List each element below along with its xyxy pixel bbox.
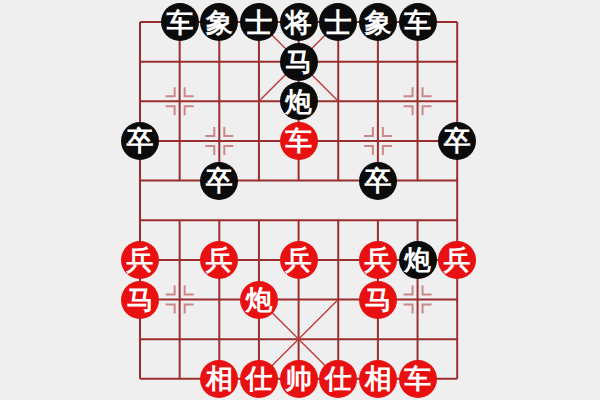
piece-black-soldier-c[interactable]: 卒 (200, 162, 238, 200)
piece-black-chariot-a[interactable]: 车 (161, 3, 199, 41)
piece-red-soldier-c[interactable]: 兵 (280, 241, 318, 279)
piece-red-elephant-a[interactable]: 相 (200, 360, 238, 398)
piece-black-general[interactable]: 将 (280, 3, 318, 41)
piece-red-cannon[interactable]: 炮 (240, 281, 278, 319)
piece-red-advisor-b[interactable]: 仕 (319, 360, 357, 398)
piece-black-elephant-a[interactable]: 象 (200, 3, 238, 41)
piece-red-soldier-d[interactable]: 兵 (359, 241, 397, 279)
piece-black-elephant-b[interactable]: 象 (359, 3, 397, 41)
piece-black-soldier-b[interactable]: 卒 (438, 122, 476, 160)
piece-red-chariot-a[interactable]: 车 (280, 122, 318, 160)
piece-black-cannon-a[interactable]: 炮 (280, 82, 318, 120)
piece-black-soldier-a[interactable]: 卒 (121, 122, 159, 160)
piece-red-chariot-b[interactable]: 车 (399, 360, 437, 398)
piece-red-horse-a[interactable]: 马 (121, 281, 159, 319)
piece-red-soldier-b[interactable]: 兵 (200, 241, 238, 279)
piece-black-soldier-d[interactable]: 卒 (359, 162, 397, 200)
piece-black-horse[interactable]: 马 (280, 43, 318, 81)
piece-red-general[interactable]: 帅 (280, 360, 318, 398)
piece-red-soldier-a[interactable]: 兵 (121, 241, 159, 279)
piece-black-chariot-b[interactable]: 车 (399, 3, 437, 41)
piece-red-advisor-a[interactable]: 仕 (240, 360, 278, 398)
piece-red-soldier-e[interactable]: 兵 (438, 241, 476, 279)
piece-black-advisor-b[interactable]: 士 (319, 3, 357, 41)
piece-red-elephant-b[interactable]: 相 (359, 360, 397, 398)
piece-red-horse-b[interactable]: 马 (359, 281, 397, 319)
piece-black-cannon-b[interactable]: 炮 (399, 241, 437, 279)
xiangqi-board: 车象士将士象车马炮卒车卒卒卒兵兵兵兵炮兵马炮马相仕帅仕相车 (0, 0, 600, 400)
piece-black-advisor-a[interactable]: 士 (240, 3, 278, 41)
